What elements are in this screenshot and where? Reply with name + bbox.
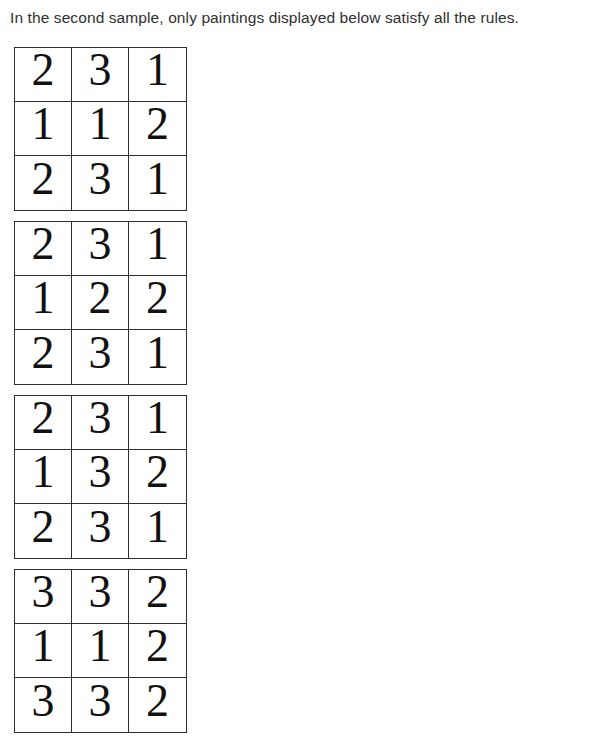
grid-cell: 2 (129, 570, 186, 624)
grid-cell: 2 (15, 396, 72, 450)
grid-cell: 1 (129, 396, 186, 450)
grid-cell: 3 (72, 396, 129, 450)
painting-grid-1-row: 2 3 1 1 1 2 2 3 1 (0, 47, 602, 221)
grid-cell: 2 (72, 276, 129, 330)
grid-cell: 1 (72, 624, 129, 678)
grid-cell: 1 (15, 624, 72, 678)
grid-cell: 3 (72, 222, 129, 276)
grid-cell: 2 (15, 330, 72, 384)
grid-cell: 3 (72, 48, 129, 102)
grid-cell: 3 (15, 570, 72, 624)
painting-grid-1: 2 3 1 1 1 2 2 3 1 (14, 47, 187, 211)
painting-grid-4-row: 3 3 2 1 1 2 3 3 2 (0, 569, 602, 743)
grid-cell: 3 (72, 504, 129, 558)
painting-grid-4: 3 3 2 1 1 2 3 3 2 (14, 569, 187, 733)
page: In the second sample, only paintings dis… (0, 0, 602, 755)
grid-cell: 2 (15, 504, 72, 558)
grid-cell: 1 (15, 102, 72, 156)
painting-grid-3: 2 3 1 1 3 2 2 3 1 (14, 395, 187, 559)
grid-cell: 3 (72, 678, 129, 732)
grid-cell: 2 (129, 624, 186, 678)
grid-cell: 3 (72, 156, 129, 210)
grid-cell: 2 (15, 156, 72, 210)
painting-grid-2-row: 2 3 1 1 2 2 2 3 1 (0, 221, 602, 395)
grid-cell: 1 (129, 222, 186, 276)
grid-cell: 3 (72, 330, 129, 384)
grid-cell: 2 (15, 48, 72, 102)
grid-cell: 3 (72, 570, 129, 624)
grid-cell: 3 (15, 678, 72, 732)
grid-cell: 1 (129, 48, 186, 102)
grid-cell: 1 (129, 504, 186, 558)
painting-grid-3-row: 2 3 1 1 3 2 2 3 1 (0, 395, 602, 569)
grid-cell: 2 (15, 222, 72, 276)
grid-cell: 1 (129, 330, 186, 384)
grid-cell: 1 (15, 450, 72, 504)
grid-cell: 2 (129, 276, 186, 330)
painting-grid-2: 2 3 1 1 2 2 2 3 1 (14, 221, 187, 385)
grid-cell: 1 (72, 102, 129, 156)
grid-cell: 3 (72, 450, 129, 504)
grid-cell: 2 (129, 450, 186, 504)
paintings-list: 2 3 1 1 1 2 2 3 1 2 3 1 1 2 2 2 3 (0, 47, 602, 743)
grid-cell: 2 (129, 678, 186, 732)
grid-cell: 1 (129, 156, 186, 210)
caption-text: In the second sample, only paintings dis… (0, 0, 602, 27)
grid-cell: 1 (15, 276, 72, 330)
grid-cell: 2 (129, 102, 186, 156)
